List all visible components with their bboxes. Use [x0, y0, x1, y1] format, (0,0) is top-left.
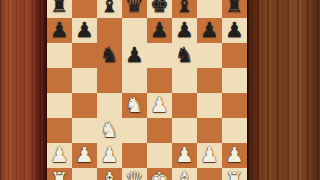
square-d4[interactable]: ♞ — [122, 93, 147, 118]
piece-white-pawn[interactable]: ♟ — [175, 143, 194, 168]
piece-white-rook[interactable]: ♜ — [225, 168, 244, 180]
piece-black-pawn[interactable]: ♟ — [50, 18, 69, 43]
square-f1[interactable]: ♝ — [172, 168, 197, 180]
square-h4[interactable] — [222, 93, 247, 118]
square-h6[interactable] — [222, 43, 247, 68]
square-g7[interactable]: ♟ — [197, 18, 222, 43]
square-d2[interactable] — [122, 143, 147, 168]
square-f3[interactable] — [172, 118, 197, 143]
square-c2[interactable]: ♟ — [97, 143, 122, 168]
square-f4[interactable] — [172, 93, 197, 118]
piece-black-pawn[interactable]: ♟ — [175, 18, 194, 43]
piece-white-knight[interactable]: ♞ — [100, 118, 119, 143]
piece-black-pawn[interactable]: ♟ — [200, 18, 219, 43]
square-f2[interactable]: ♟ — [172, 143, 197, 168]
wood-panel-right — [247, 0, 320, 180]
piece-white-knight[interactable]: ♞ — [125, 93, 144, 118]
piece-black-bishop[interactable]: ♝ — [175, 0, 194, 18]
piece-black-pawn[interactable]: ♟ — [125, 43, 144, 68]
square-a2[interactable]: ♟ — [47, 143, 72, 168]
square-c6[interactable]: ♞ — [97, 43, 122, 68]
piece-white-bishop[interactable]: ♝ — [100, 168, 119, 180]
square-b2[interactable]: ♟ — [72, 143, 97, 168]
piece-black-knight[interactable]: ♞ — [175, 43, 194, 68]
square-h5[interactable] — [222, 68, 247, 93]
square-g4[interactable] — [197, 93, 222, 118]
square-f8[interactable]: ♝ — [172, 0, 197, 18]
square-a8[interactable]: ♜ — [47, 0, 72, 18]
piece-white-pawn[interactable]: ♟ — [200, 143, 219, 168]
square-b1[interactable] — [72, 168, 97, 180]
square-g3[interactable] — [197, 118, 222, 143]
square-c7[interactable] — [97, 18, 122, 43]
square-e5[interactable] — [147, 68, 172, 93]
piece-white-pawn[interactable]: ♟ — [225, 143, 244, 168]
square-c1[interactable]: ♝ — [97, 168, 122, 180]
square-d5[interactable] — [122, 68, 147, 93]
square-h1[interactable]: ♜ — [222, 168, 247, 180]
square-b4[interactable] — [72, 93, 97, 118]
square-e6[interactable] — [147, 43, 172, 68]
square-b7[interactable]: ♟ — [72, 18, 97, 43]
square-d1[interactable]: ♛ — [122, 168, 147, 180]
square-a4[interactable] — [47, 93, 72, 118]
square-h8[interactable]: ♜ — [222, 0, 247, 18]
piece-black-pawn[interactable]: ♟ — [75, 18, 94, 43]
square-e7[interactable]: ♟ — [147, 18, 172, 43]
square-f7[interactable]: ♟ — [172, 18, 197, 43]
square-e2[interactable] — [147, 143, 172, 168]
square-a7[interactable]: ♟ — [47, 18, 72, 43]
square-a1[interactable]: ♜ — [47, 168, 72, 180]
chess-app-window: ♜♝♛♚♝♜♟♟♟♟♟♟♞♟♞♞♟♞♟♟♟♟♟♟♜♝♛♚♝♜ — [0, 0, 320, 180]
square-e1[interactable]: ♚ — [147, 168, 172, 180]
piece-white-bishop[interactable]: ♝ — [175, 168, 194, 180]
square-g6[interactable] — [197, 43, 222, 68]
square-h2[interactable]: ♟ — [222, 143, 247, 168]
square-d8[interactable]: ♛ — [122, 0, 147, 18]
piece-white-pawn[interactable]: ♟ — [100, 143, 119, 168]
square-e4[interactable]: ♟ — [147, 93, 172, 118]
square-a5[interactable] — [47, 68, 72, 93]
square-g1[interactable] — [197, 168, 222, 180]
square-c5[interactable] — [97, 68, 122, 93]
square-d6[interactable]: ♟ — [122, 43, 147, 68]
square-c8[interactable]: ♝ — [97, 0, 122, 18]
square-f5[interactable] — [172, 68, 197, 93]
square-g8[interactable] — [197, 0, 222, 18]
square-h7[interactable]: ♟ — [222, 18, 247, 43]
square-g2[interactable]: ♟ — [197, 143, 222, 168]
piece-black-king[interactable]: ♚ — [150, 0, 169, 18]
square-b6[interactable] — [72, 43, 97, 68]
square-b5[interactable] — [72, 68, 97, 93]
piece-white-rook[interactable]: ♜ — [50, 168, 69, 180]
piece-white-queen[interactable]: ♛ — [125, 168, 144, 180]
piece-black-bishop[interactable]: ♝ — [100, 0, 119, 18]
piece-black-knight[interactable]: ♞ — [100, 43, 119, 68]
square-b3[interactable] — [72, 118, 97, 143]
piece-black-queen[interactable]: ♛ — [125, 0, 144, 18]
square-d3[interactable] — [122, 118, 147, 143]
square-h3[interactable] — [222, 118, 247, 143]
square-f6[interactable]: ♞ — [172, 43, 197, 68]
square-e3[interactable] — [147, 118, 172, 143]
piece-white-pawn[interactable]: ♟ — [150, 93, 169, 118]
chess-board[interactable]: ♜♝♛♚♝♜♟♟♟♟♟♟♞♟♞♞♟♞♟♟♟♟♟♟♜♝♛♚♝♜ — [47, 0, 247, 180]
piece-black-pawn[interactable]: ♟ — [150, 18, 169, 43]
square-b8[interactable] — [72, 0, 97, 18]
piece-white-king[interactable]: ♚ — [150, 168, 169, 180]
square-g5[interactable] — [197, 68, 222, 93]
piece-black-rook[interactable]: ♜ — [50, 0, 69, 18]
piece-black-pawn[interactable]: ♟ — [225, 18, 244, 43]
square-e8[interactable]: ♚ — [147, 0, 172, 18]
square-d7[interactable] — [122, 18, 147, 43]
square-a3[interactable] — [47, 118, 72, 143]
square-a6[interactable] — [47, 43, 72, 68]
wood-panel-left — [0, 0, 47, 180]
piece-white-pawn[interactable]: ♟ — [75, 143, 94, 168]
square-c4[interactable] — [97, 93, 122, 118]
piece-white-pawn[interactable]: ♟ — [50, 143, 69, 168]
square-c3[interactable]: ♞ — [97, 118, 122, 143]
piece-black-rook[interactable]: ♜ — [225, 0, 244, 18]
